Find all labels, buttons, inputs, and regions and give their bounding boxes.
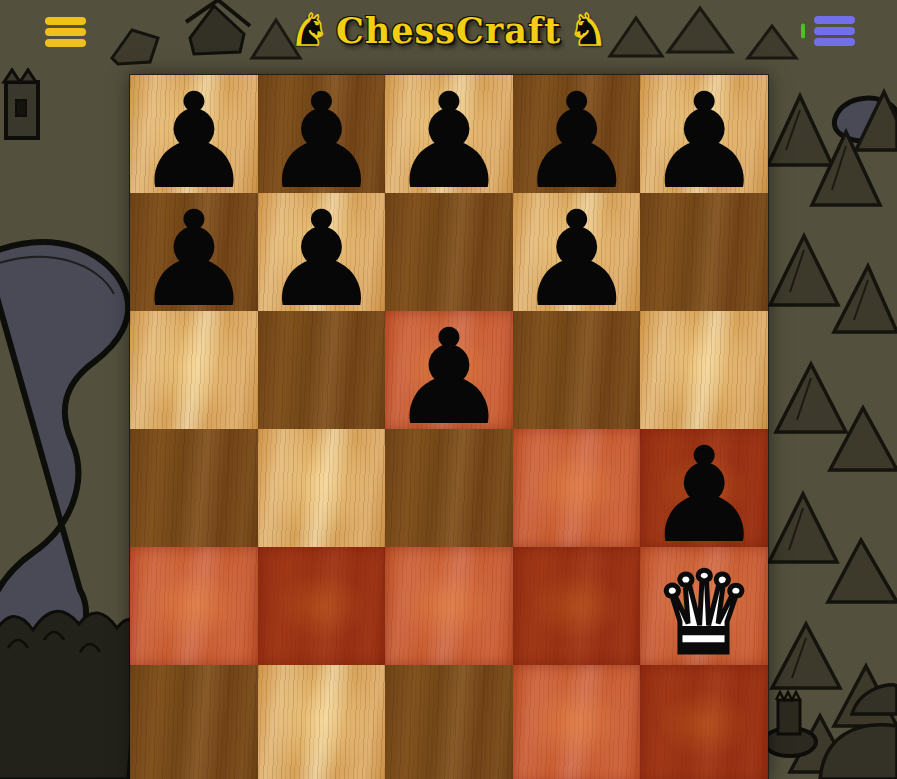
right-hamburger-menu-icon[interactable]: [814, 16, 855, 46]
square-r4c4[interactable]: [513, 429, 641, 547]
square-r4c1[interactable]: [130, 429, 258, 547]
square-r6c1[interactable]: [130, 665, 258, 779]
knight-icon-right: ♞: [568, 8, 607, 52]
square-r5c1[interactable]: [130, 547, 258, 665]
green-indicator: [801, 24, 805, 39]
square-r5c3[interactable]: [385, 547, 513, 665]
square-r1c1[interactable]: ♟: [130, 75, 258, 193]
square-r1c4[interactable]: ♟: [513, 75, 641, 193]
black-pawn: ♟: [135, 75, 253, 193]
black-pawn: ♟: [262, 193, 380, 311]
menu-bar: [45, 17, 86, 25]
piece-holder: ♟: [385, 75, 513, 193]
piece-holder: ♟: [640, 75, 768, 193]
square-r6c2[interactable]: [258, 665, 386, 779]
piece-holder: ♟: [258, 75, 386, 193]
black-pawn: ♟: [517, 193, 635, 311]
piece-holder: ♟: [130, 193, 258, 311]
left-hamburger-menu-icon[interactable]: [45, 17, 86, 47]
knight-icon-left: ♞: [289, 8, 328, 52]
piece-holder: ♟: [513, 75, 641, 193]
black-pawn: ♟: [645, 429, 763, 547]
square-r2c4[interactable]: ♟: [513, 193, 641, 311]
menu-bar: [814, 38, 855, 46]
square-r4c3[interactable]: [385, 429, 513, 547]
piece-holder: ♛: [640, 547, 768, 665]
square-r4c5[interactable]: ♟: [640, 429, 768, 547]
square-r1c2[interactable]: ♟: [258, 75, 386, 193]
square-r2c2[interactable]: ♟: [258, 193, 386, 311]
menu-bar: [814, 16, 855, 24]
square-r3c1[interactable]: [130, 311, 258, 429]
square-r1c3[interactable]: ♟: [385, 75, 513, 193]
piece-holder: ♟: [130, 75, 258, 193]
piece-holder: ♟: [640, 429, 768, 547]
forest: [0, 611, 139, 779]
square-r3c2[interactable]: [258, 311, 386, 429]
header: ♞ ChessCraft ♞: [0, 0, 897, 62]
square-r6c5[interactable]: [640, 665, 768, 779]
black-pawn: ♟: [135, 193, 253, 311]
menu-bar: [45, 28, 86, 36]
black-pawn: ♟: [645, 75, 763, 193]
square-r2c5[interactable]: [640, 193, 768, 311]
app-title: ChessCraft: [336, 10, 561, 51]
castle-icon: [4, 70, 38, 138]
white-queen: ♛: [654, 557, 754, 665]
square-r2c1[interactable]: ♟: [130, 193, 258, 311]
piece-holder: ♟: [385, 311, 513, 429]
app-title-group: ♞ ChessCraft ♞: [289, 8, 607, 52]
black-pawn: ♟: [517, 75, 635, 193]
piece-holder: ♟: [258, 193, 386, 311]
square-r5c2[interactable]: [258, 547, 386, 665]
square-r3c5[interactable]: [640, 311, 768, 429]
menu-bar: [45, 39, 86, 47]
square-r3c4[interactable]: [513, 311, 641, 429]
square-r2c3[interactable]: [385, 193, 513, 311]
menu-bar: [814, 27, 855, 35]
square-r5c5[interactable]: ♛: [640, 547, 768, 665]
square-r6c3[interactable]: [385, 665, 513, 779]
square-r1c5[interactable]: ♟: [640, 75, 768, 193]
square-r4c2[interactable]: [258, 429, 386, 547]
square-r3c3[interactable]: ♟: [385, 311, 513, 429]
black-pawn: ♟: [390, 75, 508, 193]
black-pawn: ♟: [262, 75, 380, 193]
piece-holder: ♟: [513, 193, 641, 311]
square-r6c4[interactable]: [513, 665, 641, 779]
board: ♟♟♟♟♟♟♟♟♟♟♛: [130, 75, 768, 779]
square-r5c4[interactable]: [513, 547, 641, 665]
black-pawn: ♟: [390, 311, 508, 429]
